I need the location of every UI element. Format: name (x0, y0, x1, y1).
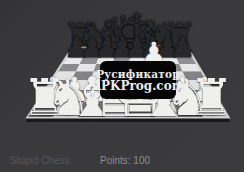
watermark: Русификатор APKProg.com (102, 63, 174, 97)
game-scene: ♜♞♝♛♚♝♞♜♟♟♟♟♟♟♟♟♟♟♟♟♟♟♟♟♟♜♞♝♛♚♝♞♜ Русифи… (0, 0, 244, 172)
watermark-line2: APKProg.com (92, 79, 185, 93)
piece-white-rook[interactable]: ♜ (189, 73, 235, 124)
points-value: Points: 100 (100, 155, 150, 166)
footer-bar: Stupid Chess Points: 100 (0, 153, 244, 172)
app-title: Stupid Chess (10, 155, 69, 166)
piece-black-pawn[interactable]: ♟ (170, 33, 196, 62)
